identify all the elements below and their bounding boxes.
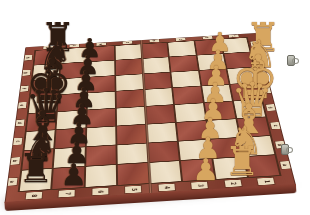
board-square (116, 74, 143, 91)
board-square (204, 102, 235, 120)
coordinate-label: d (17, 122, 23, 124)
board-square (25, 130, 55, 150)
board-square (227, 67, 257, 84)
board-square (116, 59, 142, 75)
board-square (86, 145, 116, 166)
board-square (168, 41, 195, 56)
coordinate-tile: g (22, 70, 30, 76)
coordinate-label: h (252, 43, 257, 45)
coordinate-label: 6 (97, 190, 104, 193)
board-square (52, 167, 83, 189)
board-square (195, 40, 223, 55)
board-square (170, 56, 198, 72)
board-square (118, 163, 149, 185)
board-square (230, 83, 261, 100)
coordinate-label: 8 (30, 194, 37, 197)
board-square (54, 147, 84, 168)
board-square (34, 49, 60, 64)
coordinate-label: b (12, 160, 18, 163)
chess-board: 8877665544332211hhggffeeddccbbaa (5, 33, 296, 203)
coordinate-tile: d (16, 119, 25, 126)
board-square (117, 107, 146, 126)
coordinate-tile: a (8, 178, 18, 186)
board-square (237, 117, 270, 136)
coordinate-label: f (260, 73, 265, 74)
board-square (197, 54, 225, 70)
board-square (149, 161, 181, 183)
coordinate-label: 6 (99, 43, 103, 44)
coordinate-tile: 3 (191, 182, 208, 190)
metal-clasp-icon (287, 55, 295, 66)
board-square (207, 119, 239, 138)
coordinate-label: g (24, 72, 29, 74)
coordinate-tile: f (20, 86, 28, 92)
coordinate-label: d (268, 106, 274, 108)
coordinate-label: 2 (205, 37, 209, 38)
coordinate-label: 1 (232, 35, 236, 36)
coordinate-label: 7 (73, 45, 77, 46)
board-square (199, 69, 228, 86)
board-square (31, 79, 59, 96)
coordinate-label: 2 (229, 182, 236, 185)
board-square (87, 109, 115, 128)
coordinate-label: 3 (179, 39, 183, 40)
coordinate-label: 7 (63, 192, 70, 195)
board-square (58, 94, 86, 112)
coordinate-label: a (282, 164, 288, 166)
coordinate-label: g (256, 58, 261, 60)
board-square (213, 157, 247, 179)
coordinate-label: 3 (196, 184, 203, 187)
board-square (88, 61, 114, 77)
board-square (27, 112, 56, 131)
coordinate-label: 5 (130, 188, 137, 191)
coordinate-tile: e (262, 87, 271, 93)
coordinate-label: c (272, 125, 278, 127)
board-square (116, 90, 144, 108)
coordinate-tile: e (18, 102, 27, 108)
coordinate-label: 1 (262, 180, 270, 183)
coordinate-tile: g (254, 56, 263, 62)
board-square (117, 125, 146, 145)
coordinate-tile: d (266, 104, 276, 111)
metal-clasp-icon (281, 144, 289, 155)
coordinate-label: 4 (163, 186, 170, 189)
board-square (60, 62, 87, 78)
board-square (245, 155, 280, 177)
board-square (147, 123, 177, 142)
board-square (87, 92, 114, 110)
coordinate-tile: b (11, 157, 20, 165)
board-square (57, 110, 86, 129)
board-square (61, 48, 87, 63)
coordinate-label: e (20, 104, 25, 106)
board-square (33, 64, 60, 80)
coordinate-tile: a (280, 161, 291, 169)
board-square (117, 143, 147, 164)
board-square (29, 95, 58, 113)
board-square (241, 136, 275, 156)
coordinate-tile: c (270, 122, 280, 129)
board-square (85, 165, 116, 187)
board-square (224, 52, 253, 68)
board-tilt-wrapper: 8877665544332211hhggffeeddccbbaa (0, 0, 310, 215)
board-square (177, 121, 208, 140)
coordinate-tile: 8 (25, 192, 41, 200)
coordinate-label: a (10, 180, 16, 183)
coordinate-tile: 1 (257, 178, 274, 186)
board-square (55, 128, 85, 148)
coordinate-label: 5 (126, 42, 130, 43)
board-square (202, 85, 232, 103)
board-square (115, 44, 141, 59)
board-square (179, 140, 211, 161)
chess-set-photo: 8877665544332211hhggffeeddccbbaa ♜♞♝♛♚♝♞… (0, 0, 310, 215)
board-square (221, 38, 249, 53)
board-square (172, 71, 200, 88)
coordinate-label: f (22, 88, 27, 89)
board-square (20, 169, 52, 191)
coordinate-tile: 4 (158, 184, 174, 192)
coordinate-tile: 6 (92, 188, 108, 196)
board-square (89, 46, 114, 61)
board-square (173, 87, 202, 105)
coordinate-label: 8 (46, 47, 50, 48)
board-square (59, 77, 86, 94)
coordinate-label: c (15, 140, 21, 142)
coordinate-tile: 5 (125, 186, 141, 194)
board-square (146, 105, 175, 124)
board-square (86, 126, 115, 146)
coordinate-label: h (26, 57, 31, 59)
coordinate-tile: 2 (224, 180, 241, 188)
board-square (22, 149, 53, 170)
coordinate-label: 4 (152, 40, 156, 41)
coordinate-tile: c (13, 138, 22, 145)
board-square (142, 43, 168, 58)
coordinate-tile: 7 (59, 190, 75, 198)
board-square (144, 72, 172, 89)
board-square (88, 76, 115, 93)
board-square (175, 103, 205, 121)
board-square (143, 57, 170, 73)
coordinate-tile: h (24, 55, 32, 61)
coordinate-label: e (264, 89, 270, 91)
board-square (181, 159, 214, 181)
board-square (234, 100, 266, 118)
coordinate-tile: h (250, 41, 259, 46)
board-square (148, 141, 179, 162)
board-square (210, 138, 243, 158)
coordinate-tile: f (258, 71, 267, 77)
board-square (145, 88, 173, 106)
